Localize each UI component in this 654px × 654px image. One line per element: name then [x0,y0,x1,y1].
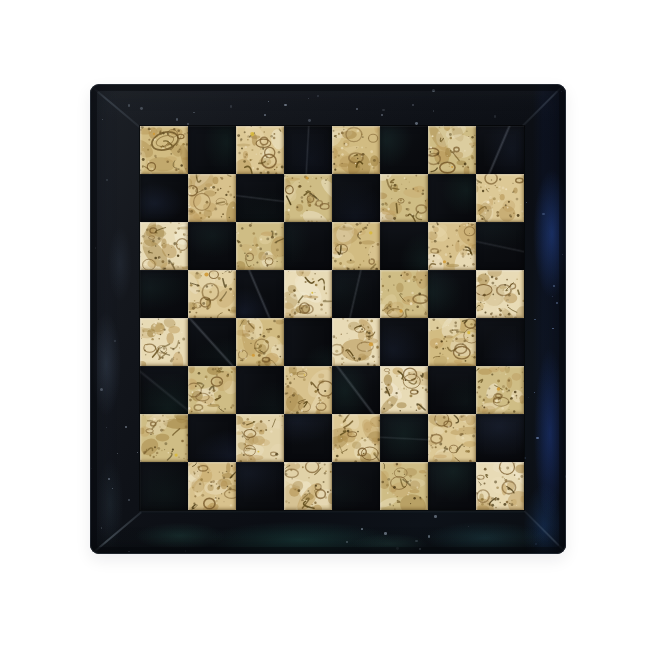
square-b3 [188,366,236,414]
square-g4 [428,318,476,366]
square-e8 [332,126,380,174]
square-f6 [380,222,428,270]
square-g3 [428,366,476,414]
square-d8 [284,126,332,174]
square-c6 [236,222,284,270]
square-f2 [380,414,428,462]
square-h8 [476,126,524,174]
square-b7 [188,174,236,222]
square-a8 [140,126,188,174]
square-f1 [380,462,428,510]
square-e6 [332,222,380,270]
square-d3 [284,366,332,414]
square-a1 [140,462,188,510]
square-g1 [428,462,476,510]
square-f4 [380,318,428,366]
frame-bottom-edge [90,510,566,554]
frame-miter-bottom-right [524,510,566,554]
square-d2 [284,414,332,462]
square-b2 [188,414,236,462]
square-f7 [380,174,428,222]
square-f3 [380,366,428,414]
square-c5 [236,270,284,318]
square-g6 [428,222,476,270]
square-e3 [332,366,380,414]
square-e2 [332,414,380,462]
square-a2 [140,414,188,462]
square-h7 [476,174,524,222]
square-f8 [380,126,428,174]
square-e5 [332,270,380,318]
square-d4 [284,318,332,366]
square-g2 [428,414,476,462]
square-h4 [476,318,524,366]
square-e4 [332,318,380,366]
square-a4 [140,318,188,366]
square-b6 [188,222,236,270]
square-c3 [236,366,284,414]
frame-miter-top-right [522,84,566,126]
square-e7 [332,174,380,222]
square-h5 [476,270,524,318]
square-b5 [188,270,236,318]
frame-right-edge [524,84,566,554]
square-c4 [236,318,284,366]
frame-left-edge [90,84,140,554]
square-e1 [332,462,380,510]
square-h3 [476,366,524,414]
square-b4 [188,318,236,366]
square-a5 [140,270,188,318]
square-h2 [476,414,524,462]
square-b1 [188,462,236,510]
square-d7 [284,174,332,222]
square-c2 [236,414,284,462]
square-g7 [428,174,476,222]
square-g5 [428,270,476,318]
square-d6 [284,222,332,270]
chess-board [90,84,566,554]
frame-miter-bottom-left [90,512,142,554]
square-b8 [188,126,236,174]
square-d5 [284,270,332,318]
frame-top-edge [90,84,566,126]
square-c8 [236,126,284,174]
square-h6 [476,222,524,270]
square-h1 [476,462,524,510]
square-a7 [140,174,188,222]
photo-background [0,0,654,654]
square-a3 [140,366,188,414]
square-c7 [236,174,284,222]
frame-miter-top-left [90,84,141,128]
square-c1 [236,462,284,510]
board-grid [140,126,524,510]
square-f5 [380,270,428,318]
square-g8 [428,126,476,174]
square-a6 [140,222,188,270]
square-d1 [284,462,332,510]
